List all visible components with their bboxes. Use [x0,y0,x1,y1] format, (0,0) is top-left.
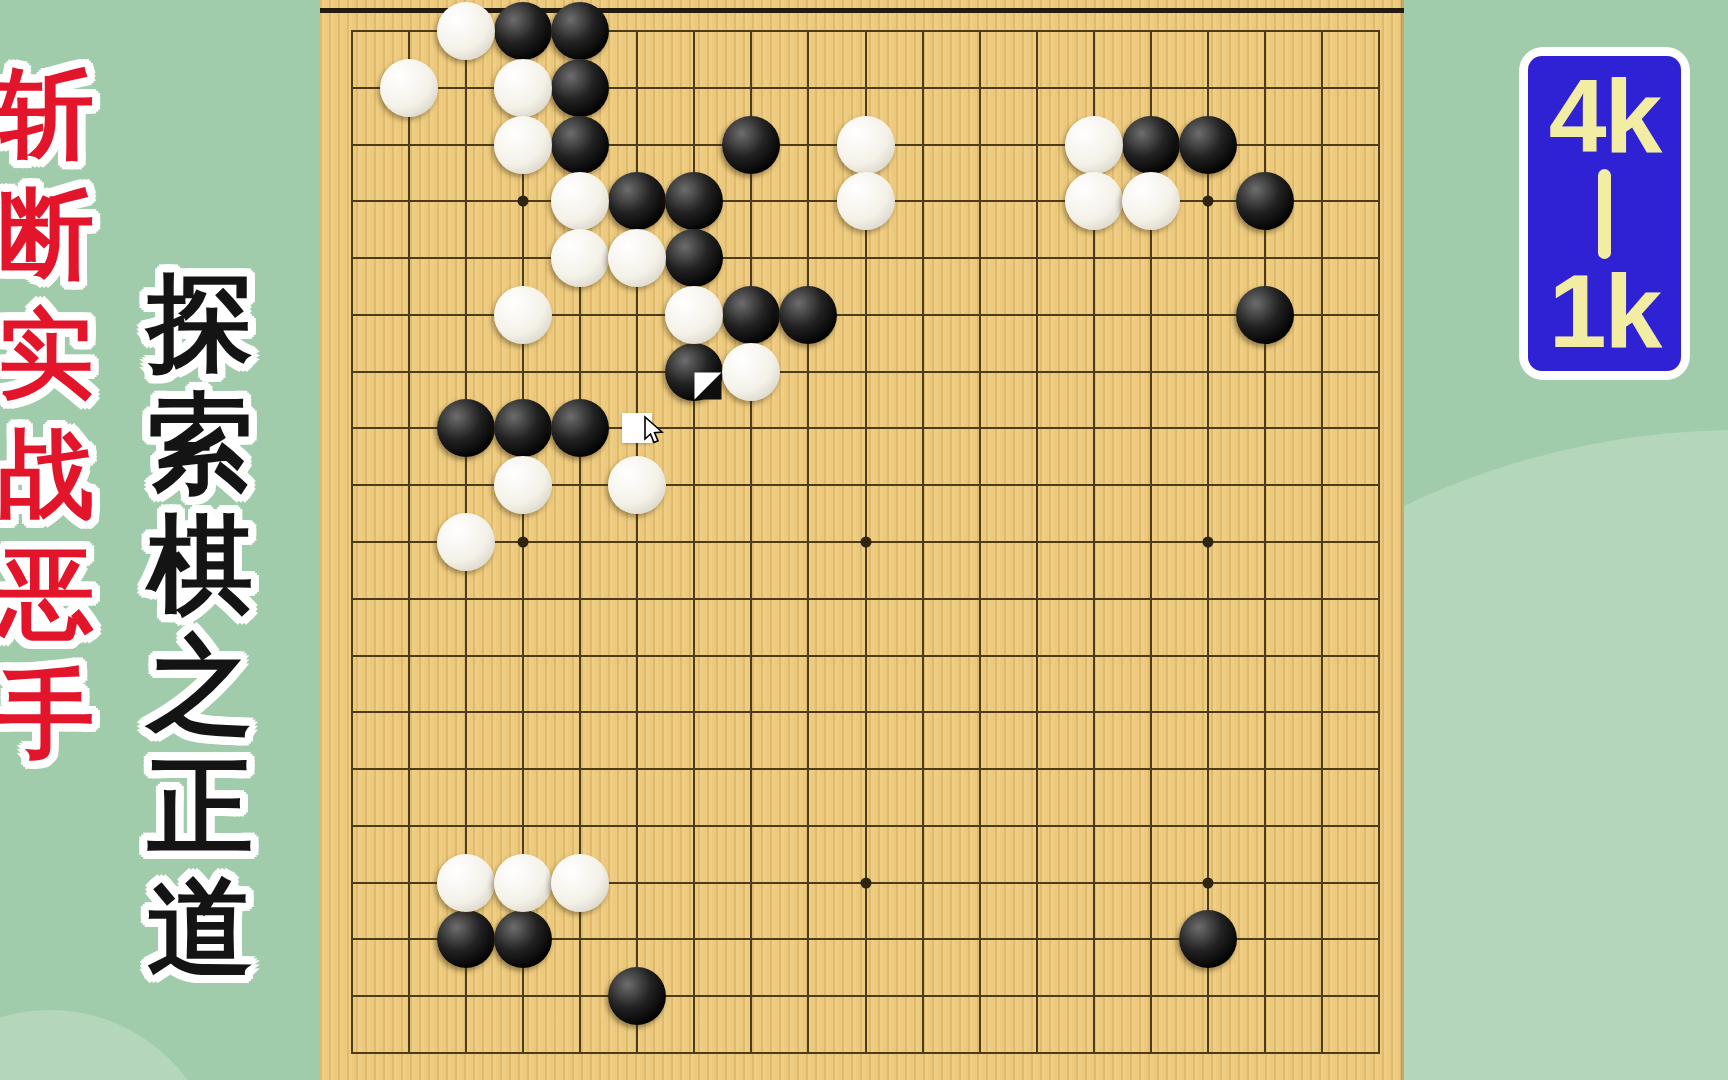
grid-line-horizontal [351,655,1380,657]
black-stone [494,399,552,457]
banner-char: 道 [144,867,256,988]
grid-line-horizontal [351,995,1380,997]
title-banner-black: 探索棋之正道 [144,262,256,988]
star-point [860,537,871,548]
black-stone [1179,910,1237,968]
white-stone [494,286,552,344]
grid-line-horizontal [351,825,1380,827]
black-stone [551,2,609,60]
black-stone [1179,116,1237,174]
banner-char: 手 [0,654,96,774]
grid-line-vertical [1036,30,1038,1054]
white-stone [494,456,552,514]
white-stone [608,456,666,514]
grid-line-vertical [979,30,981,1054]
white-stone [494,59,552,117]
white-stone [1122,172,1180,230]
black-stone [608,172,666,230]
grid-line-horizontal [351,1052,1380,1054]
white-stone [551,229,609,287]
black-stone [551,116,609,174]
black-stone [722,116,780,174]
black-stone [779,286,837,344]
black-stone [494,2,552,60]
black-stone [494,910,552,968]
last-move-marker [695,372,722,399]
white-stone [837,116,895,174]
white-stone [494,854,552,912]
star-point [1202,537,1213,548]
black-stone [665,172,723,230]
black-stone [722,286,780,344]
grid-line-vertical [1321,30,1323,1054]
banner-char: 战 [0,414,96,534]
white-stone [437,513,495,571]
white-stone [494,116,552,174]
white-stone [608,229,666,287]
banner-char: 探 [144,262,256,383]
star-point [518,196,529,207]
black-stone [437,399,495,457]
black-stone [665,229,723,287]
white-stone [437,854,495,912]
banner-char: 正 [144,746,256,867]
grid-line-horizontal [351,711,1380,713]
white-stone [1065,172,1123,230]
grid-line-horizontal [351,768,1380,770]
go-board[interactable] [320,0,1404,1080]
white-stone [722,343,780,401]
white-stone [1065,116,1123,174]
white-stone [665,286,723,344]
banner-char: 恶 [0,534,96,654]
black-stone [551,399,609,457]
banner-char: 斩 [0,54,96,174]
banner-char: 之 [144,625,256,746]
black-stone [1122,116,1180,174]
star-point [1202,196,1213,207]
star-point [1202,877,1213,888]
rank-bottom-label: 1k [1549,259,1661,363]
mouse-cursor-icon [641,415,669,445]
black-stone [1236,172,1294,230]
rank-range-badge: 4k 1k [1519,47,1690,380]
banner-char: 实 [0,294,96,414]
black-stone [437,910,495,968]
black-stone [551,59,609,117]
white-stone [551,854,609,912]
title-banner-red: 斩断实战恶手 [0,54,96,774]
rank-range-badge-inner: 4k 1k [1528,56,1681,371]
banner-char: 索 [144,383,256,504]
white-stone [551,172,609,230]
banner-char: 断 [0,174,96,294]
grid-line-vertical [1378,30,1380,1054]
rank-divider-bar [1598,169,1611,259]
banner-char: 棋 [144,504,256,625]
star-point [860,877,871,888]
background-light-circle-small [0,1010,220,1080]
rank-top-label: 4k [1549,64,1661,168]
black-stone [1236,286,1294,344]
grid-line-vertical [922,30,924,1054]
grid-line-horizontal [351,598,1380,600]
white-stone [437,2,495,60]
white-stone [380,59,438,117]
black-stone [608,967,666,1025]
star-point [518,537,529,548]
white-stone [837,172,895,230]
